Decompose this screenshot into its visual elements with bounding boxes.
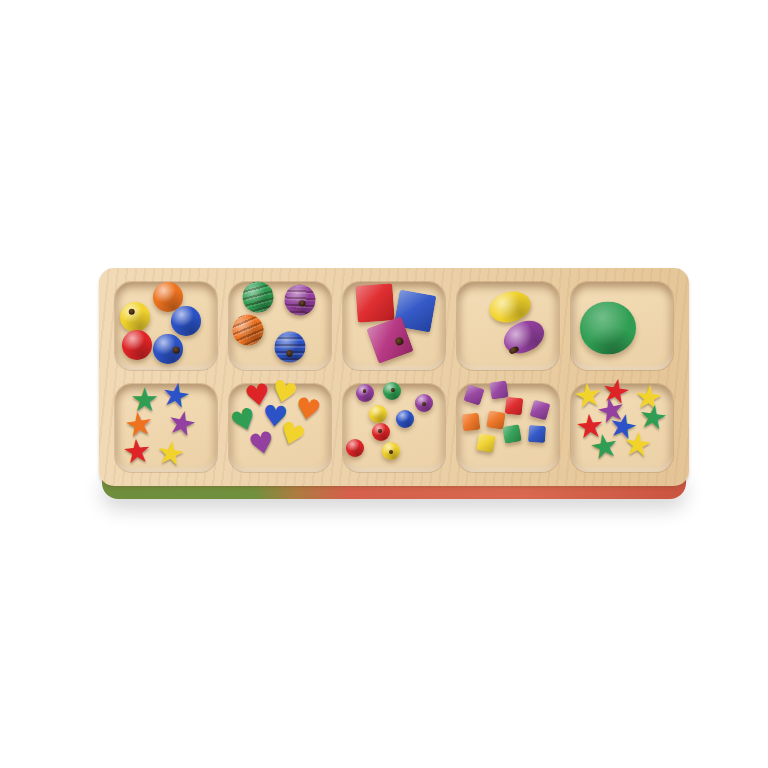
tray-well-grid: ★★★★★★♥♥♥♥♥♥♥★★★★★★★★★ <box>115 282 673 472</box>
ribbed-orange[interactable] <box>229 310 268 349</box>
compartment-r0c3 <box>457 282 559 370</box>
compartment-r1c3 <box>457 384 559 472</box>
bead-blue[interactable] <box>171 306 201 336</box>
bead-hole <box>422 402 426 406</box>
bead-hole <box>389 450 393 454</box>
small-cube-purple[interactable] <box>464 385 485 406</box>
bead-hole <box>509 346 520 356</box>
small-cube-purple[interactable] <box>489 381 508 400</box>
small-cube-green[interactable] <box>502 424 522 444</box>
compartment-r1c4: ★★★★★★★★★ <box>571 384 673 472</box>
small-bead-yellow[interactable] <box>382 442 400 460</box>
star-green[interactable]: ★ <box>586 427 621 465</box>
bead-red[interactable] <box>122 330 152 360</box>
disc-green[interactable] <box>580 301 636 354</box>
ribbed-green[interactable] <box>240 279 276 315</box>
bead-hole <box>286 350 293 357</box>
bead-yellow[interactable] <box>120 302 150 332</box>
compartment-r1c1: ♥♥♥♥♥♥♥ <box>229 384 331 472</box>
compartment-r0c2 <box>343 282 445 370</box>
star-red[interactable]: ★ <box>121 433 153 468</box>
compartment-r0c4 <box>571 282 673 370</box>
small-bead-red[interactable] <box>372 423 390 441</box>
bead-hole <box>173 347 180 354</box>
star-yellow[interactable]: ★ <box>622 426 655 462</box>
compartment-r1c0: ★★★★★★ <box>115 384 217 472</box>
star-yellow[interactable]: ★ <box>154 434 188 471</box>
small-bead-yellow[interactable] <box>369 405 387 423</box>
bead-hole <box>394 336 404 346</box>
ribbed-blue[interactable] <box>273 330 307 364</box>
bead-blue[interactable] <box>153 334 183 364</box>
small-cube-red[interactable] <box>505 397 524 416</box>
ribbed-purple[interactable] <box>283 282 318 317</box>
small-bead-purple[interactable] <box>356 384 374 402</box>
bead-hole <box>391 388 395 392</box>
tray-top-surface: ★★★★★★♥♥♥♥♥♥♥★★★★★★★★★ <box>99 268 689 486</box>
sorting-tray: ★★★★★★♥♥♥♥♥♥♥★★★★★★★★★ <box>99 268 689 499</box>
heart-purple[interactable]: ♥ <box>246 427 277 461</box>
bead-hole <box>378 430 382 434</box>
small-bead-blue[interactable] <box>396 410 414 428</box>
small-cube-yellow[interactable] <box>476 433 496 453</box>
compartment-r1c2 <box>343 384 445 472</box>
bead-hole <box>299 299 307 307</box>
small-cube-blue[interactable] <box>527 425 545 443</box>
small-cube-orange[interactable] <box>462 412 481 431</box>
compartment-r0c1 <box>229 282 331 370</box>
cube-red[interactable] <box>355 283 394 322</box>
bead-hole <box>128 308 135 315</box>
compartment-r0c0 <box>115 282 217 370</box>
small-bead-red[interactable] <box>346 439 364 457</box>
small-bead-green[interactable] <box>383 382 401 400</box>
small-cube-purple[interactable] <box>529 400 550 421</box>
bead-hole <box>363 389 367 393</box>
small-bead-purple[interactable] <box>415 394 433 412</box>
